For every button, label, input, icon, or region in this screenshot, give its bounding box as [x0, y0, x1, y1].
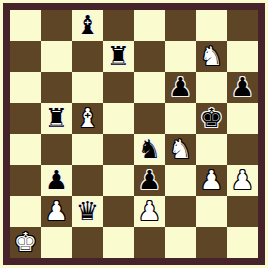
square-h8[interactable]: [227, 10, 258, 41]
square-b6[interactable]: [41, 72, 72, 103]
square-g6[interactable]: [196, 72, 227, 103]
square-e7[interactable]: [134, 41, 165, 72]
square-e3[interactable]: ♟: [134, 165, 165, 196]
square-c6[interactable]: [72, 72, 103, 103]
white-king-a1[interactable]: ♚: [14, 227, 37, 258]
white-pawn-g3[interactable]: ♟: [200, 165, 223, 196]
square-a3[interactable]: [10, 165, 41, 196]
square-b7[interactable]: [41, 41, 72, 72]
square-a7[interactable]: [10, 41, 41, 72]
black-king-g5[interactable]: ♚: [200, 103, 223, 134]
square-g5[interactable]: ♚: [196, 103, 227, 134]
square-d5[interactable]: [103, 103, 134, 134]
square-a5[interactable]: [10, 103, 41, 134]
square-a2[interactable]: [10, 196, 41, 227]
square-d6[interactable]: [103, 72, 134, 103]
black-bishop-c8[interactable]: ♝: [76, 10, 99, 41]
square-g1[interactable]: [196, 227, 227, 258]
square-c1[interactable]: [72, 227, 103, 258]
square-g7[interactable]: ♞: [196, 41, 227, 72]
square-h2[interactable]: [227, 196, 258, 227]
square-b2[interactable]: ♟: [41, 196, 72, 227]
square-f6[interactable]: ♟: [165, 72, 196, 103]
square-e1[interactable]: [134, 227, 165, 258]
square-a4[interactable]: [10, 134, 41, 165]
white-knight-f4[interactable]: ♞: [169, 134, 192, 165]
square-g8[interactable]: [196, 10, 227, 41]
square-c8[interactable]: ♝: [72, 10, 103, 41]
black-queen-c2[interactable]: ♛: [76, 196, 99, 227]
square-g4[interactable]: [196, 134, 227, 165]
white-knight-g7[interactable]: ♞: [200, 41, 223, 72]
square-e8[interactable]: [134, 10, 165, 41]
square-d1[interactable]: [103, 227, 134, 258]
black-knight-e4[interactable]: ♞: [138, 134, 161, 165]
square-h1[interactable]: [227, 227, 258, 258]
square-c2[interactable]: ♛: [72, 196, 103, 227]
square-g2[interactable]: [196, 196, 227, 227]
square-b4[interactable]: [41, 134, 72, 165]
square-b1[interactable]: [41, 227, 72, 258]
square-e4[interactable]: ♞: [134, 134, 165, 165]
black-rook-b5[interactable]: ♜: [45, 103, 68, 134]
black-rook-d7[interactable]: ♜: [107, 41, 130, 72]
square-e5[interactable]: [134, 103, 165, 134]
square-b3[interactable]: ♟: [41, 165, 72, 196]
square-d3[interactable]: [103, 165, 134, 196]
white-pawn-h3[interactable]: ♟: [231, 165, 254, 196]
square-f2[interactable]: [165, 196, 196, 227]
square-e2[interactable]: ♟: [134, 196, 165, 227]
black-pawn-f6[interactable]: ♟: [169, 72, 192, 103]
square-f5[interactable]: [165, 103, 196, 134]
square-d7[interactable]: ♜: [103, 41, 134, 72]
black-pawn-b3[interactable]: ♟: [45, 165, 68, 196]
square-b5[interactable]: ♜: [41, 103, 72, 134]
square-c4[interactable]: [72, 134, 103, 165]
square-c5[interactable]: ♝: [72, 103, 103, 134]
square-c3[interactable]: [72, 165, 103, 196]
square-g3[interactable]: ♟: [196, 165, 227, 196]
square-h6[interactable]: ♟: [227, 72, 258, 103]
square-h5[interactable]: [227, 103, 258, 134]
white-pawn-e2[interactable]: ♟: [138, 196, 161, 227]
square-c7[interactable]: [72, 41, 103, 72]
square-d8[interactable]: [103, 10, 134, 41]
square-f1[interactable]: [165, 227, 196, 258]
square-d4[interactable]: [103, 134, 134, 165]
square-h3[interactable]: ♟: [227, 165, 258, 196]
square-h4[interactable]: [227, 134, 258, 165]
square-a8[interactable]: [10, 10, 41, 41]
white-pawn-b2[interactable]: ♟: [45, 196, 68, 227]
square-b8[interactable]: [41, 10, 72, 41]
board-outer-edge: ♝♜♞♟♟♜♝♚♞♞♟♟♟♟♟♛♟♚: [0, 0, 268, 268]
white-bishop-c5[interactable]: ♝: [76, 103, 99, 134]
square-f4[interactable]: ♞: [165, 134, 196, 165]
square-h7[interactable]: [227, 41, 258, 72]
square-f3[interactable]: [165, 165, 196, 196]
square-e6[interactable]: [134, 72, 165, 103]
square-f8[interactable]: [165, 10, 196, 41]
black-pawn-h6[interactable]: ♟: [231, 72, 254, 103]
chess-board: ♝♜♞♟♟♜♝♚♞♞♟♟♟♟♟♛♟♚: [10, 10, 258, 258]
square-d2[interactable]: [103, 196, 134, 227]
square-f7[interactable]: [165, 41, 196, 72]
square-a1[interactable]: ♚: [10, 227, 41, 258]
black-pawn-e3[interactable]: ♟: [138, 165, 161, 196]
chess-board-frame: ♝♜♞♟♟♜♝♚♞♞♟♟♟♟♟♛♟♚: [3, 3, 265, 265]
square-a6[interactable]: [10, 72, 41, 103]
